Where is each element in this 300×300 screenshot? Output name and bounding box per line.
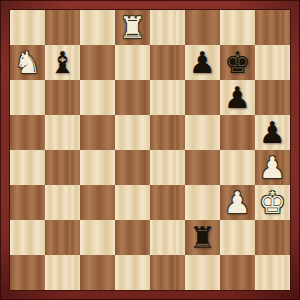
square-a8[interactable] [10, 10, 45, 45]
square-c1[interactable] [80, 255, 115, 290]
square-b5[interactable] [45, 115, 80, 150]
square-a2[interactable] [10, 220, 45, 255]
square-b2[interactable] [45, 220, 80, 255]
square-e7[interactable] [150, 45, 185, 80]
square-d6[interactable] [115, 80, 150, 115]
board-frame: ♜♞♝♟♚♟♟♟♟♚♜ [0, 0, 300, 300]
piece-black-bishop-b7[interactable]: ♝ [45, 45, 80, 80]
piece-white-rook-d8[interactable]: ♜ [115, 10, 150, 45]
square-g8[interactable] [220, 10, 255, 45]
square-h6[interactable] [255, 80, 290, 115]
square-f8[interactable] [185, 10, 220, 45]
piece-black-rook-f2[interactable]: ♜ [185, 220, 220, 255]
square-a1[interactable] [10, 255, 45, 290]
piece-white-king-h3[interactable]: ♚ [255, 185, 290, 220]
square-h3[interactable]: ♚ [255, 185, 290, 220]
square-h7[interactable] [255, 45, 290, 80]
square-b3[interactable] [45, 185, 80, 220]
square-d4[interactable] [115, 150, 150, 185]
square-f2[interactable]: ♜ [185, 220, 220, 255]
square-c8[interactable] [80, 10, 115, 45]
square-g4[interactable] [220, 150, 255, 185]
square-h1[interactable] [255, 255, 290, 290]
square-f6[interactable] [185, 80, 220, 115]
square-e5[interactable] [150, 115, 185, 150]
square-f3[interactable] [185, 185, 220, 220]
square-d3[interactable] [115, 185, 150, 220]
square-a6[interactable] [10, 80, 45, 115]
square-d5[interactable] [115, 115, 150, 150]
piece-black-pawn-f7[interactable]: ♟ [185, 45, 220, 80]
square-a7[interactable]: ♞ [10, 45, 45, 80]
square-g6[interactable]: ♟ [220, 80, 255, 115]
piece-black-pawn-h5[interactable]: ♟ [255, 115, 290, 150]
square-g3[interactable]: ♟ [220, 185, 255, 220]
piece-white-pawn-h4[interactable]: ♟ [255, 150, 290, 185]
square-b1[interactable] [45, 255, 80, 290]
square-e6[interactable] [150, 80, 185, 115]
square-g5[interactable] [220, 115, 255, 150]
square-h2[interactable] [255, 220, 290, 255]
square-a3[interactable] [10, 185, 45, 220]
square-d8[interactable]: ♜ [115, 10, 150, 45]
square-h5[interactable]: ♟ [255, 115, 290, 150]
square-e1[interactable] [150, 255, 185, 290]
square-f4[interactable] [185, 150, 220, 185]
piece-black-king-g7[interactable]: ♚ [220, 45, 255, 80]
square-g1[interactable] [220, 255, 255, 290]
square-g2[interactable] [220, 220, 255, 255]
square-b8[interactable] [45, 10, 80, 45]
square-a5[interactable] [10, 115, 45, 150]
square-e2[interactable] [150, 220, 185, 255]
square-c3[interactable] [80, 185, 115, 220]
square-f1[interactable] [185, 255, 220, 290]
square-g7[interactable]: ♚ [220, 45, 255, 80]
square-c7[interactable] [80, 45, 115, 80]
piece-white-knight-a7[interactable]: ♞ [10, 45, 45, 80]
square-h8[interactable] [255, 10, 290, 45]
square-f7[interactable]: ♟ [185, 45, 220, 80]
square-c2[interactable] [80, 220, 115, 255]
chess-board: ♜♞♝♟♚♟♟♟♟♚♜ [9, 9, 291, 291]
square-d7[interactable] [115, 45, 150, 80]
square-c6[interactable] [80, 80, 115, 115]
square-e4[interactable] [150, 150, 185, 185]
piece-white-pawn-g3[interactable]: ♟ [220, 185, 255, 220]
piece-black-pawn-g6[interactable]: ♟ [220, 80, 255, 115]
square-d2[interactable] [115, 220, 150, 255]
square-e3[interactable] [150, 185, 185, 220]
square-b6[interactable] [45, 80, 80, 115]
square-b4[interactable] [45, 150, 80, 185]
square-b7[interactable]: ♝ [45, 45, 80, 80]
square-e8[interactable] [150, 10, 185, 45]
square-c4[interactable] [80, 150, 115, 185]
square-a4[interactable] [10, 150, 45, 185]
square-d1[interactable] [115, 255, 150, 290]
square-c5[interactable] [80, 115, 115, 150]
square-f5[interactable] [185, 115, 220, 150]
square-h4[interactable]: ♟ [255, 150, 290, 185]
